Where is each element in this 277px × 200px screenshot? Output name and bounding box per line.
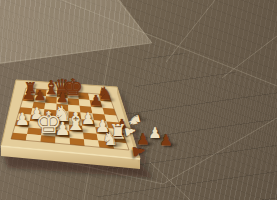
pieces-layer: ♜♝♛♚♞♟♟♟♟♟♞♟♟♟♝♟♚♟♜♞♟♟♞♟♟♟♟♟ <box>0 0 277 200</box>
piece-g7-black-pawn[interactable]: ♟ <box>90 93 103 107</box>
piece-b7-black-pawn[interactable]: ♟ <box>34 88 47 102</box>
piece-a3-white-pawn[interactable]: ♟ <box>15 110 30 127</box>
floor-piece-black-pawn-lying[interactable]: ♟ <box>129 143 146 159</box>
floor-piece-white-knight-standing[interactable]: ♞ <box>102 130 118 148</box>
chess-floor-scene: ♜♝♛♚♞♟♟♟♟♟♞♟♟♟♝♟♚♟♜♞♟♟♞♟♟♟♟♟ <box>0 0 277 200</box>
piece-d2-white-pawn[interactable]: ♟ <box>54 120 70 138</box>
floor-piece-black-pawn-standing[interactable]: ♟ <box>159 133 172 148</box>
